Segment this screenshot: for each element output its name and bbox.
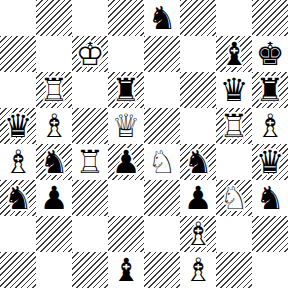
black-knight-icon: ♞ (0, 180, 36, 216)
white-bishop-icon: ♗ (180, 216, 216, 252)
square-d1[interactable]: ♝♝ (108, 252, 144, 288)
piece-halo: ♚ (72, 36, 108, 72)
black-pawn-icon: ♟ (180, 180, 216, 216)
black-bishop-icon: ♝ (216, 36, 252, 72)
square-g2[interactable] (216, 216, 252, 252)
black-bishop-icon: ♝ (108, 252, 144, 288)
piece-halo: ♜ (108, 72, 144, 108)
black-queen-icon: ♛ (216, 72, 252, 108)
square-a6[interactable] (0, 72, 36, 108)
square-d7[interactable] (108, 36, 144, 72)
piece-halo: ♝ (108, 252, 144, 288)
square-b2[interactable] (36, 216, 72, 252)
white-bishop-icon: ♗ (36, 108, 72, 144)
piece-halo: ♞ (144, 144, 180, 180)
white-knight-icon: ♘ (144, 144, 180, 180)
square-e6[interactable] (144, 72, 180, 108)
white-king-icon: ♔ (72, 36, 108, 72)
square-g1[interactable] (216, 252, 252, 288)
square-e2[interactable] (144, 216, 180, 252)
piece-halo: ♞ (0, 180, 36, 216)
white-bishop-icon: ♗ (252, 108, 288, 144)
white-rook-icon: ♖ (36, 72, 72, 108)
square-e5[interactable] (144, 108, 180, 144)
square-g7[interactable]: ♝♝ (216, 36, 252, 72)
square-b8[interactable] (36, 0, 72, 36)
square-d5[interactable]: ♛♕ (108, 108, 144, 144)
square-f3[interactable]: ♟♟ (180, 180, 216, 216)
square-g3[interactable]: ♞♘ (216, 180, 252, 216)
square-a4[interactable]: ♝♗ (0, 144, 36, 180)
piece-halo: ♞ (216, 180, 252, 216)
piece-halo: ♝ (180, 216, 216, 252)
piece-halo: ♜ (72, 144, 108, 180)
black-pawn-icon: ♟ (36, 180, 72, 216)
piece-halo: ♟ (36, 180, 72, 216)
square-c3[interactable] (72, 180, 108, 216)
square-h7[interactable]: ♚♚ (252, 36, 288, 72)
square-e3[interactable] (144, 180, 180, 216)
square-g5[interactable]: ♜♖ (216, 108, 252, 144)
black-knight-icon: ♞ (180, 144, 216, 180)
piece-halo: ♞ (36, 144, 72, 180)
square-b3[interactable]: ♟♟ (36, 180, 72, 216)
black-knight-icon: ♞ (144, 0, 180, 36)
square-b7[interactable] (36, 36, 72, 72)
square-e8[interactable]: ♞♞ (144, 0, 180, 36)
square-d2[interactable] (108, 216, 144, 252)
square-d3[interactable] (108, 180, 144, 216)
square-c4[interactable]: ♜♖ (72, 144, 108, 180)
piece-halo: ♛ (0, 108, 36, 144)
white-knight-icon: ♘ (216, 180, 252, 216)
square-h4[interactable]: ♛♛ (252, 144, 288, 180)
square-c2[interactable] (72, 216, 108, 252)
piece-halo: ♜ (252, 72, 288, 108)
square-a3[interactable]: ♞♞ (0, 180, 36, 216)
square-d8[interactable] (108, 0, 144, 36)
black-king-icon: ♚ (252, 36, 288, 72)
square-g8[interactable] (216, 0, 252, 36)
chess-board: ♞♞♚♔♝♝♚♚♜♖♜♜♛♛♜♜♛♛♝♗♛♕♜♖♝♗♝♗♞♞♜♖♟♟♞♘♞♞♛♛… (0, 0, 288, 288)
black-rook-icon: ♜ (252, 72, 288, 108)
square-c7[interactable]: ♚♔ (72, 36, 108, 72)
square-h2[interactable] (252, 216, 288, 252)
piece-halo: ♝ (36, 108, 72, 144)
square-d4[interactable]: ♟♟ (108, 144, 144, 180)
square-a1[interactable] (0, 252, 36, 288)
piece-halo: ♜ (36, 72, 72, 108)
square-h5[interactable]: ♝♗ (252, 108, 288, 144)
square-e1[interactable] (144, 252, 180, 288)
square-b4[interactable]: ♞♞ (36, 144, 72, 180)
square-c6[interactable] (72, 72, 108, 108)
black-queen-icon: ♛ (252, 144, 288, 180)
piece-halo: ♝ (216, 36, 252, 72)
piece-halo: ♝ (0, 144, 36, 180)
square-d6[interactable]: ♜♜ (108, 72, 144, 108)
square-e4[interactable]: ♞♘ (144, 144, 180, 180)
black-knight-icon: ♞ (252, 180, 288, 216)
square-f5[interactable] (180, 108, 216, 144)
square-e7[interactable] (144, 36, 180, 72)
square-c8[interactable] (72, 0, 108, 36)
square-h3[interactable]: ♞♞ (252, 180, 288, 216)
square-h1[interactable] (252, 252, 288, 288)
piece-halo: ♟ (180, 180, 216, 216)
square-b6[interactable]: ♜♖ (36, 72, 72, 108)
square-a5[interactable]: ♛♛ (0, 108, 36, 144)
square-h6[interactable]: ♜♜ (252, 72, 288, 108)
piece-halo: ♝ (180, 252, 216, 288)
black-rook-icon: ♜ (108, 72, 144, 108)
piece-halo: ♛ (252, 144, 288, 180)
black-knight-icon: ♞ (36, 144, 72, 180)
square-f1[interactable]: ♝♗ (180, 252, 216, 288)
piece-halo: ♛ (108, 108, 144, 144)
piece-halo: ♟ (108, 144, 144, 180)
piece-halo: ♞ (252, 180, 288, 216)
white-bishop-icon: ♗ (0, 144, 36, 180)
square-f6[interactable] (180, 72, 216, 108)
piece-halo: ♞ (144, 0, 180, 36)
square-c1[interactable] (72, 252, 108, 288)
piece-halo: ♛ (216, 72, 252, 108)
square-f8[interactable] (180, 0, 216, 36)
white-rook-icon: ♖ (216, 108, 252, 144)
black-queen-icon: ♛ (0, 108, 36, 144)
square-f4[interactable]: ♞♞ (180, 144, 216, 180)
square-a7[interactable] (0, 36, 36, 72)
square-g4[interactable] (216, 144, 252, 180)
piece-halo: ♞ (180, 144, 216, 180)
square-f7[interactable] (180, 36, 216, 72)
black-pawn-icon: ♟ (108, 144, 144, 180)
square-b5[interactable]: ♝♗ (36, 108, 72, 144)
square-f2[interactable]: ♝♗ (180, 216, 216, 252)
white-queen-icon: ♕ (108, 108, 144, 144)
piece-halo: ♚ (252, 36, 288, 72)
white-bishop-icon: ♗ (180, 252, 216, 288)
square-h8[interactable] (252, 0, 288, 36)
square-a2[interactable] (0, 216, 36, 252)
piece-halo: ♝ (252, 108, 288, 144)
square-a8[interactable] (0, 0, 36, 36)
piece-halo: ♜ (216, 108, 252, 144)
square-c5[interactable] (72, 108, 108, 144)
white-rook-icon: ♖ (72, 144, 108, 180)
square-b1[interactable] (36, 252, 72, 288)
square-g6[interactable]: ♛♛ (216, 72, 252, 108)
